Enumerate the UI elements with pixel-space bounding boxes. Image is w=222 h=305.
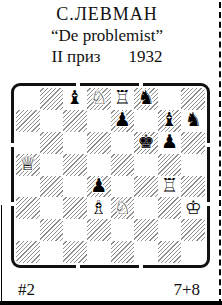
square-h2[interactable] — [181, 219, 205, 241]
square-h3[interactable]: ♔ — [181, 197, 205, 219]
square-d1[interactable] — [87, 241, 111, 263]
square-g1[interactable] — [158, 241, 182, 263]
square-b2[interactable] — [40, 219, 64, 241]
square-f7[interactable] — [134, 110, 158, 132]
square-e1[interactable] — [111, 241, 135, 263]
white-queen-a5[interactable]: ♕ — [19, 154, 36, 173]
prize-row: II приз 1932 — [0, 46, 214, 67]
frame-tick — [139, 265, 143, 268]
white-rook-e8[interactable]: ♖ — [114, 88, 131, 107]
frame-tick — [139, 83, 143, 86]
square-a3[interactable] — [16, 197, 40, 219]
square-e5[interactable] — [111, 154, 135, 176]
square-e8[interactable]: ♖ — [111, 88, 135, 110]
square-a2[interactable] — [16, 219, 40, 241]
white-king-h3[interactable]: ♔ — [185, 198, 202, 217]
white-knight-d8[interactable]: ♘ — [90, 88, 107, 107]
frame-tick — [11, 202, 14, 206]
black-pawn-d4[interactable]: ♟ — [90, 176, 107, 195]
stipulation-label: #2 — [18, 280, 35, 300]
author-name: С.ЛЕВМАН — [0, 4, 214, 25]
square-e7[interactable]: ♟ — [111, 110, 135, 132]
scan-edge-bottom — [0, 301, 222, 305]
black-bishop-c8[interactable]: ♝ — [67, 88, 84, 107]
square-c5[interactable] — [63, 154, 87, 176]
white-bishop-d3[interactable]: ♗ — [90, 198, 107, 217]
black-knight-f8[interactable]: ♞ — [137, 88, 154, 107]
square-f6[interactable]: ♚ — [134, 132, 158, 154]
frame-tick — [207, 202, 210, 206]
square-c2[interactable] — [63, 219, 87, 241]
source-publication: “De problemist” — [0, 25, 214, 46]
square-b3[interactable] — [40, 197, 64, 219]
square-e3[interactable]: ♘ — [111, 197, 135, 219]
frame-tick — [11, 143, 14, 147]
square-d2[interactable] — [87, 219, 111, 241]
square-g8[interactable] — [158, 88, 182, 110]
square-a6[interactable] — [16, 132, 40, 154]
black-pawn-g6[interactable]: ♟ — [161, 132, 178, 151]
square-f3[interactable] — [134, 197, 158, 219]
square-a5[interactable]: ♕ — [16, 154, 40, 176]
square-g2[interactable] — [158, 219, 182, 241]
square-a8[interactable] — [16, 88, 40, 110]
square-g7[interactable]: ♝ — [158, 110, 182, 132]
square-c7[interactable] — [63, 110, 87, 132]
square-g6[interactable]: ♟ — [158, 132, 182, 154]
black-bishop-g7[interactable]: ♝ — [161, 110, 178, 129]
square-b5[interactable] — [40, 154, 64, 176]
square-h7[interactable]: ♞ — [181, 110, 205, 132]
square-c3[interactable] — [63, 197, 87, 219]
square-c1[interactable] — [63, 241, 87, 263]
white-knight-e3[interactable]: ♘ — [114, 198, 131, 217]
frame-tick — [76, 265, 80, 268]
square-f2[interactable] — [134, 219, 158, 241]
square-h6[interactable] — [181, 132, 205, 154]
square-c8[interactable]: ♝ — [63, 88, 87, 110]
square-a1[interactable] — [16, 241, 40, 263]
diagram-footer: #2 7+8 — [0, 280, 214, 300]
scan-edge-left — [1, 205, 2, 305]
white-rook-g4[interactable]: ♖ — [161, 176, 178, 195]
square-d6[interactable] — [87, 132, 111, 154]
year-label: 1932 — [128, 46, 162, 67]
frame-tick — [76, 83, 80, 86]
square-c6[interactable] — [63, 132, 87, 154]
black-pawn-e7[interactable]: ♟ — [114, 110, 131, 129]
square-g3[interactable] — [158, 197, 182, 219]
problem-diagram-page: С.ЛЕВМАН “De problemist” II приз 1932 ♝♘… — [0, 0, 222, 305]
square-d8[interactable]: ♘ — [87, 88, 111, 110]
prize-label: II приз — [52, 46, 101, 67]
square-f5[interactable] — [134, 154, 158, 176]
square-f8[interactable]: ♞ — [134, 88, 158, 110]
board-grid: ♝♘♖♞♟♝♞♚♟♕♟♖♗♘♔ — [16, 88, 205, 263]
square-a4[interactable] — [16, 176, 40, 198]
square-c4[interactable] — [63, 176, 87, 198]
square-b7[interactable] — [40, 110, 64, 132]
square-g5[interactable] — [158, 154, 182, 176]
square-f4[interactable] — [134, 176, 158, 198]
black-king-f6[interactable]: ♚ — [137, 132, 154, 151]
square-h1[interactable] — [181, 241, 205, 263]
square-b6[interactable] — [40, 132, 64, 154]
square-a7[interactable] — [16, 110, 40, 132]
black-knight-h7[interactable]: ♞ — [185, 110, 202, 129]
square-h4[interactable] — [181, 176, 205, 198]
frame-tick — [207, 143, 210, 147]
diagram-header: С.ЛЕВМАН “De problemist” II приз 1932 — [0, 4, 214, 67]
material-count-label: 7+8 — [173, 280, 200, 300]
square-b1[interactable] — [40, 241, 64, 263]
square-e4[interactable] — [111, 176, 135, 198]
square-d5[interactable] — [87, 154, 111, 176]
chess-board: ♝♘♖♞♟♝♞♚♟♕♟♖♗♘♔ — [11, 83, 210, 268]
square-h8[interactable] — [181, 88, 205, 110]
scan-edge-dashed — [219, 2, 221, 305]
square-h5[interactable] — [181, 154, 205, 176]
square-d3[interactable]: ♗ — [87, 197, 111, 219]
square-d7[interactable] — [87, 110, 111, 132]
square-d4[interactable]: ♟ — [87, 176, 111, 198]
square-g4[interactable]: ♖ — [158, 176, 182, 198]
square-f1[interactable] — [134, 241, 158, 263]
square-e2[interactable] — [111, 219, 135, 241]
square-b8[interactable] — [40, 88, 64, 110]
square-b4[interactable] — [40, 176, 64, 198]
square-e6[interactable] — [111, 132, 135, 154]
